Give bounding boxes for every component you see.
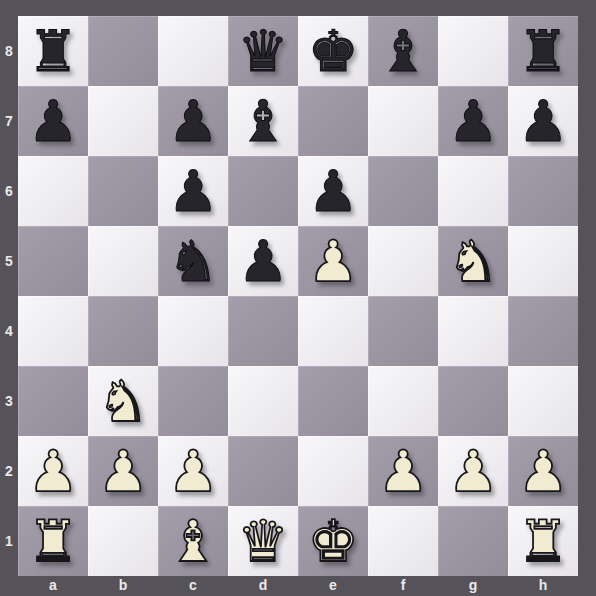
square-c7[interactable]: ♟ [158, 86, 228, 156]
piece-white-pawn-h2[interactable]: ♟ [517, 436, 568, 506]
square-g2[interactable]: ♟ [438, 436, 508, 506]
square-c6[interactable]: ♟ [158, 156, 228, 226]
square-b1[interactable] [88, 506, 158, 576]
file-label-e: e [298, 576, 368, 596]
file-label-h: h [508, 576, 578, 596]
square-a2[interactable]: ♟ [18, 436, 88, 506]
file-label-a: a [18, 576, 88, 596]
file-label-f: f [368, 576, 438, 596]
piece-black-pawn-d5[interactable]: ♟ [237, 226, 288, 296]
piece-black-bishop-f8[interactable]: ♝ [377, 16, 428, 86]
square-e5[interactable]: ♟ [298, 226, 368, 296]
piece-white-knight-b3[interactable]: ♞ [97, 366, 148, 436]
square-d6[interactable] [228, 156, 298, 226]
square-c5[interactable]: ♞ [158, 226, 228, 296]
square-e1[interactable]: ♚ [298, 506, 368, 576]
piece-black-pawn-a7[interactable]: ♟ [27, 86, 78, 156]
square-b8[interactable] [88, 16, 158, 86]
rank-label-8: 8 [0, 16, 18, 86]
piece-black-rook-a8[interactable]: ♜ [27, 16, 78, 86]
piece-black-bishop-d7[interactable]: ♝ [237, 86, 288, 156]
piece-white-queen-d1[interactable]: ♛ [237, 506, 288, 576]
square-h3[interactable] [508, 366, 578, 436]
piece-white-pawn-g2[interactable]: ♟ [447, 436, 498, 506]
square-e7[interactable] [298, 86, 368, 156]
rank-labels: 87654321 [0, 16, 18, 576]
rank-label-5: 5 [0, 226, 18, 296]
square-g3[interactable] [438, 366, 508, 436]
square-e2[interactable] [298, 436, 368, 506]
piece-black-pawn-g7[interactable]: ♟ [447, 86, 498, 156]
square-b3[interactable]: ♞ [88, 366, 158, 436]
square-h6[interactable] [508, 156, 578, 226]
square-g6[interactable] [438, 156, 508, 226]
square-c1[interactable]: ♝ [158, 506, 228, 576]
square-f5[interactable] [368, 226, 438, 296]
square-c3[interactable] [158, 366, 228, 436]
piece-white-pawn-e5[interactable]: ♟ [307, 226, 358, 296]
square-d5[interactable]: ♟ [228, 226, 298, 296]
square-b7[interactable] [88, 86, 158, 156]
square-e3[interactable] [298, 366, 368, 436]
square-a3[interactable] [18, 366, 88, 436]
square-g1[interactable] [438, 506, 508, 576]
piece-white-rook-a1[interactable]: ♜ [27, 506, 78, 576]
square-c2[interactable]: ♟ [158, 436, 228, 506]
square-g8[interactable] [438, 16, 508, 86]
square-c4[interactable] [158, 296, 228, 366]
square-a1[interactable]: ♜ [18, 506, 88, 576]
rank-label-2: 2 [0, 436, 18, 506]
square-d1[interactable]: ♛ [228, 506, 298, 576]
square-f8[interactable]: ♝ [368, 16, 438, 86]
piece-white-pawn-c2[interactable]: ♟ [167, 436, 218, 506]
square-f2[interactable]: ♟ [368, 436, 438, 506]
file-label-c: c [158, 576, 228, 596]
square-h1[interactable]: ♜ [508, 506, 578, 576]
file-label-g: g [438, 576, 508, 596]
square-b4[interactable] [88, 296, 158, 366]
piece-black-pawn-e6[interactable]: ♟ [307, 156, 358, 226]
rank-label-6: 6 [0, 156, 18, 226]
square-e8[interactable]: ♚ [298, 16, 368, 86]
square-f4[interactable] [368, 296, 438, 366]
square-f3[interactable] [368, 366, 438, 436]
square-f6[interactable] [368, 156, 438, 226]
square-d4[interactable] [228, 296, 298, 366]
square-e6[interactable]: ♟ [298, 156, 368, 226]
piece-white-rook-h1[interactable]: ♜ [517, 506, 568, 576]
square-d2[interactable] [228, 436, 298, 506]
square-d3[interactable] [228, 366, 298, 436]
square-c8[interactable] [158, 16, 228, 86]
rank-label-1: 1 [0, 506, 18, 576]
square-h2[interactable]: ♟ [508, 436, 578, 506]
square-d7[interactable]: ♝ [228, 86, 298, 156]
chess-board-frame: 87654321 ♜♛♚♝♜♟♟♝♟♟♟♟♞♟♟♞♞♟♟♟♟♟♟♜♝♛♚♜ ab… [0, 0, 596, 596]
rank-label-7: 7 [0, 86, 18, 156]
square-h7[interactable]: ♟ [508, 86, 578, 156]
rank-label-3: 3 [0, 366, 18, 436]
file-label-d: d [228, 576, 298, 596]
square-b5[interactable] [88, 226, 158, 296]
piece-white-pawn-b2[interactable]: ♟ [97, 436, 148, 506]
square-f1[interactable] [368, 506, 438, 576]
square-a5[interactable] [18, 226, 88, 296]
square-h5[interactable] [508, 226, 578, 296]
square-f7[interactable] [368, 86, 438, 156]
piece-black-pawn-c6[interactable]: ♟ [167, 156, 218, 226]
piece-black-rook-h8[interactable]: ♜ [517, 16, 568, 86]
piece-white-pawn-a2[interactable]: ♟ [27, 436, 78, 506]
square-b6[interactable] [88, 156, 158, 226]
square-g7[interactable]: ♟ [438, 86, 508, 156]
piece-white-king-e1[interactable]: ♚ [307, 506, 358, 576]
square-b2[interactable]: ♟ [88, 436, 158, 506]
square-a7[interactable]: ♟ [18, 86, 88, 156]
file-label-b: b [88, 576, 158, 596]
square-g5[interactable]: ♞ [438, 226, 508, 296]
square-e4[interactable] [298, 296, 368, 366]
square-h4[interactable] [508, 296, 578, 366]
piece-black-pawn-h7[interactable]: ♟ [517, 86, 568, 156]
square-a8[interactable]: ♜ [18, 16, 88, 86]
piece-white-bishop-c1[interactable]: ♝ [167, 506, 218, 576]
piece-black-pawn-c7[interactable]: ♟ [167, 86, 218, 156]
chess-board: ♜♛♚♝♜♟♟♝♟♟♟♟♞♟♟♞♞♟♟♟♟♟♟♜♝♛♚♜ [18, 16, 578, 576]
piece-white-knight-g5[interactable]: ♞ [447, 226, 498, 296]
square-d8[interactable]: ♛ [228, 16, 298, 86]
piece-black-queen-d8[interactable]: ♛ [237, 16, 288, 86]
rank-label-4: 4 [0, 296, 18, 366]
piece-white-pawn-f2[interactable]: ♟ [377, 436, 428, 506]
square-a4[interactable] [18, 296, 88, 366]
file-labels: abcdefgh [18, 576, 578, 596]
piece-black-knight-c5[interactable]: ♞ [167, 226, 218, 296]
piece-black-king-e8[interactable]: ♚ [307, 16, 358, 86]
square-h8[interactable]: ♜ [508, 16, 578, 86]
square-a6[interactable] [18, 156, 88, 226]
square-g4[interactable] [438, 296, 508, 366]
